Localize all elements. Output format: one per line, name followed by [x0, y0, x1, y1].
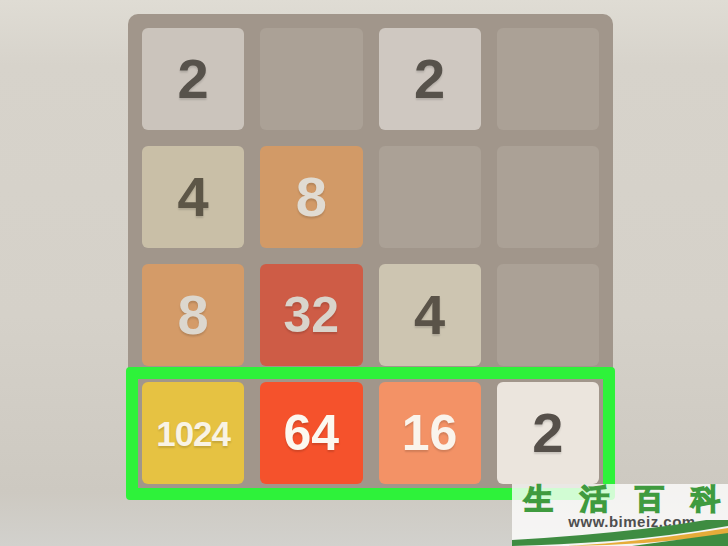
watermark-title-char: 活 — [580, 484, 609, 514]
empty-cell — [497, 146, 599, 248]
watermark-title: 生活百科 — [524, 484, 720, 514]
tile-32: 32 — [260, 264, 362, 366]
tile-2: 2 — [379, 28, 481, 130]
watermark: 生活百科 www.bimeiz.com — [512, 484, 728, 546]
tile-2: 2 — [142, 28, 244, 130]
tile-4: 4 — [379, 264, 481, 366]
watermark-title-char: 科 — [691, 484, 720, 514]
tile-8: 8 — [260, 146, 362, 248]
watermark-title-char: 百 — [635, 484, 664, 514]
empty-cell — [379, 146, 481, 248]
2048-board[interactable]: 22488324102464162 — [128, 14, 613, 498]
empty-cell — [497, 28, 599, 130]
tile-8: 8 — [142, 264, 244, 366]
screenshot-stage: 22488324102464162 生活百科 www.bimeiz.com — [0, 0, 728, 546]
tile-16: 16 — [379, 382, 481, 484]
empty-cell — [497, 264, 599, 366]
watermark-swoosh-graphic — [512, 520, 728, 546]
watermark-title-char: 生 — [524, 484, 553, 514]
tile-1024: 1024 — [142, 382, 244, 484]
empty-cell — [260, 28, 362, 130]
tile-2: 2 — [497, 382, 599, 484]
tile-64: 64 — [260, 382, 362, 484]
tile-4: 4 — [142, 146, 244, 248]
